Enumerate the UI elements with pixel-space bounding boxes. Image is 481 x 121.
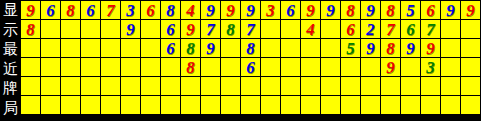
grid-cell: 9 (181, 20, 201, 39)
grid-cell: 7 (421, 20, 441, 39)
grid-cell (281, 77, 301, 96)
grid-cell (21, 96, 41, 115)
grid-cell: 6 (41, 1, 61, 20)
grid-cell (301, 58, 321, 77)
grid-cell (461, 20, 481, 39)
grid-cell (461, 77, 481, 96)
grid-cell: 6 (401, 20, 421, 39)
result-digit: 6 (406, 21, 415, 38)
result-digit: 6 (146, 2, 155, 19)
result-digit: 9 (206, 2, 215, 19)
grid-cell (101, 77, 121, 96)
grid-cell (401, 58, 421, 77)
grid-cell: 9 (201, 39, 221, 58)
grid-cell (361, 96, 381, 115)
grid-cell: 8 (61, 1, 81, 20)
result-digit: 7 (426, 21, 435, 38)
grid-cell (341, 77, 361, 96)
grid-cell (161, 58, 181, 77)
grid-cell (81, 77, 101, 96)
result-digit: 4 (306, 21, 315, 38)
grid-cell: 9 (361, 39, 381, 58)
result-digit: 7 (246, 21, 255, 38)
result-digit: 8 (226, 21, 235, 38)
grid-cell (21, 58, 41, 77)
result-digit: 8 (186, 59, 195, 76)
grid-cell (361, 58, 381, 77)
grid-cell (141, 58, 161, 77)
grid-cell (141, 77, 161, 96)
results-grid: 9686736849993699898569989697874627676898… (21, 1, 481, 115)
result-digit: 6 (166, 40, 175, 57)
grid-cell (441, 96, 461, 115)
grid-cell (301, 96, 321, 115)
grid-cell: 6 (241, 58, 261, 77)
result-digit: 7 (106, 2, 115, 19)
grid-cell (281, 20, 301, 39)
grid-cell (221, 77, 241, 96)
grid-cell (441, 39, 461, 58)
grid-cell (281, 39, 301, 58)
result-digit: 6 (86, 2, 95, 19)
grid-cell (401, 96, 421, 115)
grid-cell (221, 58, 241, 77)
result-digit: 9 (426, 40, 435, 57)
grid-cell: 7 (241, 20, 261, 39)
result-digit: 9 (206, 40, 215, 57)
grid-cell: 8 (181, 58, 201, 77)
result-digit: 9 (306, 2, 315, 19)
grid-cell (81, 39, 101, 58)
grid-cell: 8 (181, 39, 201, 58)
grid-cell: 9 (321, 1, 341, 20)
grid-cell (41, 77, 61, 96)
grid-cell: 3 (421, 58, 441, 77)
grid-cell (101, 96, 121, 115)
grid-cell (21, 39, 41, 58)
grid-cell (321, 20, 341, 39)
grid-cell (141, 39, 161, 58)
result-digit: 9 (326, 2, 335, 19)
grid-cell (361, 77, 381, 96)
result-digit: 8 (346, 2, 355, 19)
grid-cell: 9 (361, 1, 381, 20)
result-digit: 7 (206, 21, 215, 38)
grid-cell (261, 77, 281, 96)
grid-cell (41, 58, 61, 77)
title-char: 局 (3, 99, 18, 117)
grid-cell: 9 (21, 1, 41, 20)
grid-cell (181, 96, 201, 115)
grid-cell (141, 96, 161, 115)
grid-cell (421, 77, 441, 96)
grid-cell (201, 58, 221, 77)
grid-cell (441, 77, 461, 96)
grid-cell: 9 (421, 39, 441, 58)
result-digit: 9 (366, 40, 375, 57)
grid-cell (201, 96, 221, 115)
result-digit: 8 (66, 2, 75, 19)
result-digit: 9 (246, 2, 255, 19)
grid-cell (141, 20, 161, 39)
result-digit: 9 (226, 2, 235, 19)
result-digit: 5 (346, 40, 355, 57)
grid-cell: 8 (381, 39, 401, 58)
result-digit: 9 (446, 2, 455, 19)
result-digit: 8 (186, 40, 195, 57)
grid-cell (241, 77, 261, 96)
grid-cell: 8 (381, 1, 401, 20)
result-digit: 9 (386, 59, 395, 76)
grid-cell: 6 (161, 20, 181, 39)
result-digit: 7 (386, 21, 395, 38)
grid-cell: 8 (161, 1, 181, 20)
grid-cell (241, 96, 261, 115)
grid-cell (21, 77, 41, 96)
grid-cell (81, 96, 101, 115)
result-digit: 6 (166, 21, 175, 38)
grid-cell (121, 39, 141, 58)
result-digit: 3 (426, 59, 435, 76)
result-digit: 3 (266, 2, 275, 19)
grid-cell (321, 39, 341, 58)
grid-cell (261, 96, 281, 115)
grid-cell: 7 (101, 1, 121, 20)
grid-cell (81, 58, 101, 77)
grid-cell (281, 96, 301, 115)
grid-cell (201, 77, 221, 96)
grid-cell (61, 20, 81, 39)
grid-cell (341, 58, 361, 77)
grid-cell: 6 (281, 1, 301, 20)
grid-cell (41, 96, 61, 115)
grid-cell: 6 (141, 1, 161, 20)
result-digit: 6 (426, 2, 435, 19)
grid-cell (41, 39, 61, 58)
grid-cell (181, 77, 201, 96)
grid-cell (61, 39, 81, 58)
grid-cell (321, 96, 341, 115)
grid-cell (461, 39, 481, 58)
grid-cell: 9 (381, 58, 401, 77)
grid-cell (421, 96, 441, 115)
title-char: 最 (3, 40, 18, 58)
grid-cell (301, 39, 321, 58)
grid-cell (321, 77, 341, 96)
grid-cell (161, 77, 181, 96)
title-char: 牌 (3, 79, 18, 97)
grid-cell (221, 39, 241, 58)
grid-cell: 9 (121, 20, 141, 39)
result-digit: 9 (366, 2, 375, 19)
grid-cell (281, 58, 301, 77)
grid-cell: 9 (241, 1, 261, 20)
grid-cell: 6 (161, 39, 181, 58)
grid-cell: 9 (221, 1, 241, 20)
grid-cell (441, 20, 461, 39)
grid-cell: 5 (341, 39, 361, 58)
title-char: 显 (3, 1, 18, 19)
grid-cell: 6 (81, 1, 101, 20)
grid-cell (341, 96, 361, 115)
grid-cell (461, 58, 481, 77)
grid-cell: 9 (441, 1, 461, 20)
result-digit: 9 (126, 21, 135, 38)
grid-cell: 8 (241, 39, 261, 58)
grid-cell (321, 58, 341, 77)
result-digit: 6 (346, 21, 355, 38)
result-digit: 3 (126, 2, 135, 19)
grid-cell (261, 58, 281, 77)
grid-cell (161, 96, 181, 115)
grid-cell (61, 96, 81, 115)
grid-cell (381, 96, 401, 115)
grid-cell: 5 (401, 1, 421, 20)
grid-cell (441, 58, 461, 77)
grid-cell (221, 96, 241, 115)
grid-cell (121, 58, 141, 77)
grid-cell (121, 77, 141, 96)
grid-cell: 6 (421, 1, 441, 20)
grid-cell: 3 (261, 1, 281, 20)
grid-cell: 9 (461, 1, 481, 20)
result-digit: 9 (186, 21, 195, 38)
result-digit: 9 (406, 40, 415, 57)
grid-cell (101, 58, 121, 77)
result-digit: 5 (406, 2, 415, 19)
result-digit: 8 (246, 40, 255, 57)
grid-cell: 2 (361, 20, 381, 39)
grid-cell: 8 (221, 20, 241, 39)
grid-cell (101, 39, 121, 58)
grid-cell (101, 20, 121, 39)
result-digit: 8 (386, 40, 395, 57)
board-title-vertical: 显 示 最 近 牌 局 (0, 0, 21, 121)
grid-cell: 8 (341, 1, 361, 20)
grid-cell: 4 (301, 20, 321, 39)
result-digit: 6 (286, 2, 295, 19)
grid-cell: 4 (181, 1, 201, 20)
result-digit: 9 (466, 2, 475, 19)
recent-rounds-board: 显 示 最 近 牌 局 9686736849993699898569989697… (0, 0, 481, 121)
result-digit: 4 (186, 2, 195, 19)
grid-cell: 7 (201, 20, 221, 39)
grid-cell (401, 77, 421, 96)
grid-cell (81, 20, 101, 39)
grid-cell: 8 (21, 20, 41, 39)
grid-cell (261, 39, 281, 58)
grid-cell: 9 (201, 1, 221, 20)
grid-cell (41, 20, 61, 39)
grid-cell: 9 (401, 39, 421, 58)
grid-cell: 6 (341, 20, 361, 39)
result-digit: 6 (246, 59, 255, 76)
grid-cell: 3 (121, 1, 141, 20)
grid-cell (261, 20, 281, 39)
grid-cell (381, 77, 401, 96)
title-char: 近 (3, 60, 18, 78)
result-digit: 9 (26, 2, 35, 19)
result-digit: 8 (26, 21, 35, 38)
grid-cell (121, 96, 141, 115)
result-digit: 2 (366, 21, 375, 38)
result-digit: 8 (166, 2, 175, 19)
result-digit: 8 (386, 2, 395, 19)
title-char: 示 (3, 21, 18, 39)
result-digit: 6 (46, 2, 55, 19)
grid-cell: 7 (381, 20, 401, 39)
grid-cell (61, 77, 81, 96)
grid-cell (61, 58, 81, 77)
grid-cell (301, 77, 321, 96)
grid-cell (461, 96, 481, 115)
grid-cell: 9 (301, 1, 321, 20)
